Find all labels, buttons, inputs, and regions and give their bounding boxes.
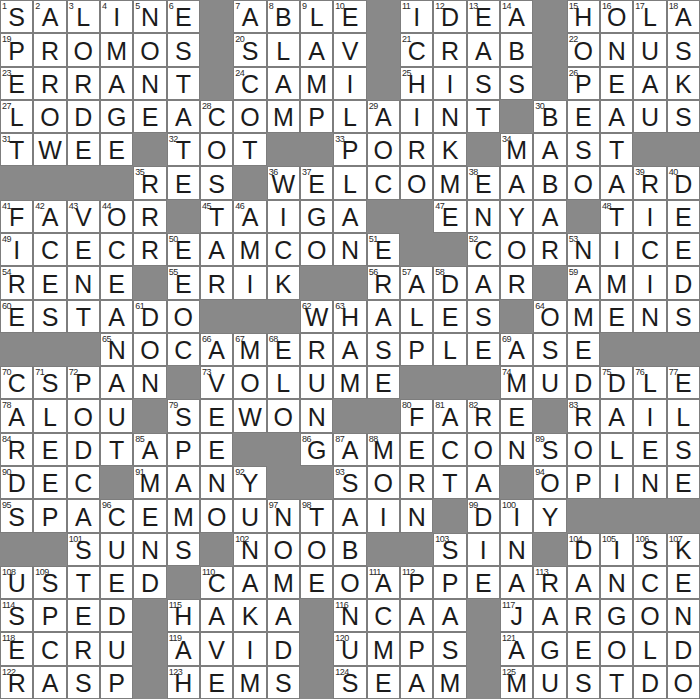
cell-r1c20[interactable]: 17L: [633, 0, 666, 33]
cell-r9c18[interactable]: 59A: [567, 266, 600, 299]
cell-r9c8[interactable]: I: [233, 266, 266, 299]
cell-r19c2[interactable]: P: [33, 599, 66, 632]
cell-r12c17[interactable]: U: [533, 366, 566, 399]
cell-r2c10[interactable]: A: [300, 33, 333, 66]
cell-r13c1[interactable]: 78A: [0, 399, 33, 432]
cell-r16c11[interactable]: A: [333, 499, 366, 532]
cell-r19c11[interactable]: 116N: [333, 599, 366, 632]
cell-r5c13[interactable]: R: [400, 133, 433, 166]
cell-r8c1[interactable]: 49I: [0, 233, 33, 266]
cell-r13c19[interactable]: A: [600, 399, 633, 432]
cell-r10c6[interactable]: O: [167, 300, 200, 333]
cell-r21c9[interactable]: S: [267, 666, 300, 699]
cell-r12c18[interactable]: D: [567, 366, 600, 399]
cell-r1c11[interactable]: 10E: [333, 0, 366, 33]
cell-r11c15[interactable]: E: [467, 333, 500, 366]
cell-r13c4[interactable]: U: [100, 399, 133, 432]
cell-r1c6[interactable]: 6E: [167, 0, 200, 33]
cell-r20c14[interactable]: S: [433, 632, 466, 665]
cell-r4c7[interactable]: 28C: [200, 100, 233, 133]
cell-r13c18[interactable]: 83R: [567, 399, 600, 432]
cell-r16c1[interactable]: 95S: [0, 499, 33, 532]
cell-r6c19[interactable]: A: [600, 166, 633, 199]
cell-r21c1[interactable]: 122R: [0, 666, 33, 699]
cell-r20c21[interactable]: D: [667, 632, 700, 665]
cell-r4c21[interactable]: S: [667, 100, 700, 133]
cell-r3c5[interactable]: N: [133, 67, 166, 100]
cell-r19c8[interactable]: K: [233, 599, 266, 632]
cell-r16c12[interactable]: I: [367, 499, 400, 532]
cell-r5c16[interactable]: 34M: [500, 133, 533, 166]
cell-r2c16[interactable]: B: [500, 33, 533, 66]
cell-r16c4[interactable]: 96C: [100, 499, 133, 532]
cell-r18c21[interactable]: E: [667, 566, 700, 599]
cell-r19c12[interactable]: C: [367, 599, 400, 632]
cell-r13c13[interactable]: 80F: [400, 399, 433, 432]
cell-r17c4[interactable]: U: [100, 533, 133, 566]
cell-r15c20[interactable]: N: [633, 466, 666, 499]
cell-r18c15[interactable]: E: [467, 566, 500, 599]
cell-r16c10[interactable]: 98T: [300, 499, 333, 532]
cell-r8c12[interactable]: 51E: [367, 233, 400, 266]
cell-r15c8[interactable]: 92Y: [233, 466, 266, 499]
cell-r8c21[interactable]: E: [667, 233, 700, 266]
cell-r14c15[interactable]: O: [467, 433, 500, 466]
cell-r3c2[interactable]: R: [33, 67, 66, 100]
cell-r20c8[interactable]: I: [233, 632, 266, 665]
cell-r13c14[interactable]: 81A: [433, 399, 466, 432]
cell-r16c17[interactable]: Y: [533, 499, 566, 532]
cell-r17c21[interactable]: 107K: [667, 533, 700, 566]
cell-r16c6[interactable]: M: [167, 499, 200, 532]
cell-r7c21[interactable]: E: [667, 200, 700, 233]
cell-r17c8[interactable]: 102N: [233, 533, 266, 566]
cell-r10c14[interactable]: E: [433, 300, 466, 333]
cell-r20c2[interactable]: C: [33, 632, 66, 665]
cell-r9c21[interactable]: D: [667, 266, 700, 299]
cell-r10c19[interactable]: E: [600, 300, 633, 333]
cell-r17c10[interactable]: O: [300, 533, 333, 566]
cell-r12c7[interactable]: 73V: [200, 366, 233, 399]
cell-r5c6[interactable]: 32T: [167, 133, 200, 166]
cell-r8c15[interactable]: 52C: [467, 233, 500, 266]
cell-r5c3[interactable]: E: [67, 133, 100, 166]
cell-r13c2[interactable]: L: [33, 399, 66, 432]
cell-r12c3[interactable]: 72P: [67, 366, 100, 399]
cell-r18c19[interactable]: N: [600, 566, 633, 599]
cell-r8c8[interactable]: M: [233, 233, 266, 266]
cell-r18c14[interactable]: P: [433, 566, 466, 599]
cell-r16c9[interactable]: 97N: [267, 499, 300, 532]
cell-r7c5[interactable]: R: [133, 200, 166, 233]
cell-r14c17[interactable]: 89S: [533, 433, 566, 466]
cell-r1c10[interactable]: 9L: [300, 0, 333, 33]
cell-r7c11[interactable]: A: [333, 200, 366, 233]
cell-r19c18[interactable]: R: [567, 599, 600, 632]
cell-r18c11[interactable]: O: [333, 566, 366, 599]
cell-r5c19[interactable]: T: [600, 133, 633, 166]
cell-r14c10[interactable]: 86G: [300, 433, 333, 466]
cell-r19c6[interactable]: 115H: [167, 599, 200, 632]
cell-r15c6[interactable]: A: [167, 466, 200, 499]
cell-r6c9[interactable]: 36W: [267, 166, 300, 199]
cell-r11c18[interactable]: E: [567, 333, 600, 366]
cell-r15c11[interactable]: 93S: [333, 466, 366, 499]
cell-r9c13[interactable]: 57A: [400, 266, 433, 299]
cell-r1c13[interactable]: 11I: [400, 0, 433, 33]
cell-r4c9[interactable]: M: [267, 100, 300, 133]
cell-r20c17[interactable]: G: [533, 632, 566, 665]
cell-r10c3[interactable]: T: [67, 300, 100, 333]
cell-r10c11[interactable]: 63H: [333, 300, 366, 333]
cell-r9c20[interactable]: I: [633, 266, 666, 299]
cell-r10c17[interactable]: 64O: [533, 300, 566, 333]
cell-r21c16[interactable]: 125M: [500, 666, 533, 699]
cell-r14c16[interactable]: N: [500, 433, 533, 466]
cell-r3c1[interactable]: 23E: [0, 67, 33, 100]
cell-r18c18[interactable]: A: [567, 566, 600, 599]
cell-r9c15[interactable]: A: [467, 266, 500, 299]
cell-r20c19[interactable]: O: [600, 632, 633, 665]
cell-r14c11[interactable]: 87A: [333, 433, 366, 466]
cell-r10c10[interactable]: 62W: [300, 300, 333, 333]
cell-r12c5[interactable]: N: [133, 366, 166, 399]
cell-r2c20[interactable]: U: [633, 33, 666, 66]
cell-r6c17[interactable]: B: [533, 166, 566, 199]
cell-r18c9[interactable]: M: [267, 566, 300, 599]
cell-r6c12[interactable]: C: [367, 166, 400, 199]
cell-r2c4[interactable]: M: [100, 33, 133, 66]
cell-r4c6[interactable]: A: [167, 100, 200, 133]
cell-r10c1[interactable]: 60E: [0, 300, 33, 333]
cell-r10c15[interactable]: S: [467, 300, 500, 333]
cell-r2c13[interactable]: 21C: [400, 33, 433, 66]
cell-r21c14[interactable]: M: [433, 666, 466, 699]
cell-r7c3[interactable]: 43V: [67, 200, 100, 233]
cell-r7c19[interactable]: 48T: [600, 200, 633, 233]
cell-r4c4[interactable]: G: [100, 100, 133, 133]
cell-r2c15[interactable]: A: [467, 33, 500, 66]
cell-r9c2[interactable]: E: [33, 266, 66, 299]
cell-r3c6[interactable]: T: [167, 67, 200, 100]
cell-r1c8[interactable]: 7A: [233, 0, 266, 33]
cell-r17c9[interactable]: O: [267, 533, 300, 566]
cell-r13c3[interactable]: O: [67, 399, 100, 432]
cell-r14c1[interactable]: 84R: [0, 433, 33, 466]
cell-r8c3[interactable]: E: [67, 233, 100, 266]
cell-r18c5[interactable]: D: [133, 566, 166, 599]
cell-r19c4[interactable]: D: [100, 599, 133, 632]
cell-r11c17[interactable]: S: [533, 333, 566, 366]
cell-r17c6[interactable]: S: [167, 533, 200, 566]
cell-r7c17[interactable]: A: [533, 200, 566, 233]
cell-r10c5[interactable]: 61D: [133, 300, 166, 333]
cell-r4c3[interactable]: D: [67, 100, 100, 133]
cell-r2c6[interactable]: S: [167, 33, 200, 66]
cell-r21c11[interactable]: 124S: [333, 666, 366, 699]
cell-r15c15[interactable]: A: [467, 466, 500, 499]
cell-r2c19[interactable]: N: [600, 33, 633, 66]
cell-r19c1[interactable]: 114S: [0, 599, 33, 632]
cell-r1c18[interactable]: 15H: [567, 0, 600, 33]
cell-r11c9[interactable]: 68E: [267, 333, 300, 366]
cell-r14c4[interactable]: T: [100, 433, 133, 466]
cell-r3c21[interactable]: K: [667, 67, 700, 100]
cell-r15c13[interactable]: R: [400, 466, 433, 499]
cell-r9c1[interactable]: 54R: [0, 266, 33, 299]
cell-r6c5[interactable]: 35R: [133, 166, 166, 199]
cell-r14c21[interactable]: S: [667, 433, 700, 466]
cell-r18c3[interactable]: T: [67, 566, 100, 599]
cell-r9c9[interactable]: K: [267, 266, 300, 299]
cell-r18c12[interactable]: 111A: [367, 566, 400, 599]
cell-r1c2[interactable]: 2A: [33, 0, 66, 33]
cell-r12c2[interactable]: 71S: [33, 366, 66, 399]
cell-r14c18[interactable]: O: [567, 433, 600, 466]
cell-r18c16[interactable]: A: [500, 566, 533, 599]
cell-r2c11[interactable]: V: [333, 33, 366, 66]
cell-r8c4[interactable]: C: [100, 233, 133, 266]
cell-r6c14[interactable]: M: [433, 166, 466, 199]
cell-r18c1[interactable]: 108U: [0, 566, 33, 599]
cell-r2c3[interactable]: O: [67, 33, 100, 66]
cell-r13c7[interactable]: E: [200, 399, 233, 432]
cell-r21c12[interactable]: E: [367, 666, 400, 699]
cell-r10c20[interactable]: N: [633, 300, 666, 333]
cell-r18c10[interactable]: E: [300, 566, 333, 599]
cell-r8c16[interactable]: O: [500, 233, 533, 266]
cell-r11c6[interactable]: C: [167, 333, 200, 366]
cell-r17c3[interactable]: 101S: [67, 533, 100, 566]
cell-r15c12[interactable]: O: [367, 466, 400, 499]
cell-r15c1[interactable]: 90D: [0, 466, 33, 499]
cell-r5c2[interactable]: W: [33, 133, 66, 166]
cell-r11c4[interactable]: 65N: [100, 333, 133, 366]
cell-r8c18[interactable]: 53N: [567, 233, 600, 266]
cell-r8c11[interactable]: N: [333, 233, 366, 266]
cell-r12c1[interactable]: 70C: [0, 366, 33, 399]
cell-r21c20[interactable]: D: [633, 666, 666, 699]
cell-r17c18[interactable]: 104D: [567, 533, 600, 566]
cell-r14c14[interactable]: C: [433, 433, 466, 466]
cell-r21c13[interactable]: A: [400, 666, 433, 699]
cell-r9c3[interactable]: N: [67, 266, 100, 299]
cell-r12c10[interactable]: U: [300, 366, 333, 399]
cell-r3c9[interactable]: A: [267, 67, 300, 100]
cell-r18c13[interactable]: 112P: [400, 566, 433, 599]
cell-r2c14[interactable]: R: [433, 33, 466, 66]
cell-r7c9[interactable]: I: [267, 200, 300, 233]
cell-r13c6[interactable]: 79S: [167, 399, 200, 432]
cell-r21c8[interactable]: M: [233, 666, 266, 699]
cell-r19c3[interactable]: E: [67, 599, 100, 632]
cell-r9c6[interactable]: 55E: [167, 266, 200, 299]
cell-r8c7[interactable]: A: [200, 233, 233, 266]
cell-r3c14[interactable]: I: [433, 67, 466, 100]
cell-r18c20[interactable]: C: [633, 566, 666, 599]
cell-r11c12[interactable]: S: [367, 333, 400, 366]
cell-r20c1[interactable]: 118E: [0, 632, 33, 665]
cell-r4c18[interactable]: E: [567, 100, 600, 133]
cell-r12c11[interactable]: M: [333, 366, 366, 399]
cell-r17c11[interactable]: B: [333, 533, 366, 566]
cell-r1c1[interactable]: 1S: [0, 0, 33, 33]
cell-r10c12[interactable]: A: [367, 300, 400, 333]
cell-r13c20[interactable]: I: [633, 399, 666, 432]
cell-r1c3[interactable]: 3L: [67, 0, 100, 33]
cell-r12c9[interactable]: L: [267, 366, 300, 399]
cell-r15c3[interactable]: C: [67, 466, 100, 499]
cell-r17c20[interactable]: 106S: [633, 533, 666, 566]
cell-r6c18[interactable]: O: [567, 166, 600, 199]
cell-r20c11[interactable]: 120U: [333, 632, 366, 665]
cell-r7c1[interactable]: 41F: [0, 200, 33, 233]
cell-r16c2[interactable]: P: [33, 499, 66, 532]
cell-r4c20[interactable]: U: [633, 100, 666, 133]
cell-r21c18[interactable]: S: [567, 666, 600, 699]
cell-r3c8[interactable]: 24C: [233, 67, 266, 100]
cell-r5c14[interactable]: K: [433, 133, 466, 166]
cell-r9c12[interactable]: 56R: [367, 266, 400, 299]
cell-r5c12[interactable]: O: [367, 133, 400, 166]
cell-r12c19[interactable]: 75D: [600, 366, 633, 399]
cell-r3c3[interactable]: R: [67, 67, 100, 100]
cell-r20c12[interactable]: M: [367, 632, 400, 665]
cell-r4c17[interactable]: 30B: [533, 100, 566, 133]
cell-r9c14[interactable]: 58D: [433, 266, 466, 299]
cell-r11c14[interactable]: L: [433, 333, 466, 366]
cell-r13c10[interactable]: N: [300, 399, 333, 432]
cell-r21c6[interactable]: 123H: [167, 666, 200, 699]
cell-r1c16[interactable]: 14A: [500, 0, 533, 33]
cell-r21c3[interactable]: S: [67, 666, 100, 699]
cell-r16c3[interactable]: A: [67, 499, 100, 532]
cell-r14c12[interactable]: 88M: [367, 433, 400, 466]
cell-r7c14[interactable]: 47E: [433, 200, 466, 233]
cell-r2c2[interactable]: R: [33, 33, 66, 66]
cell-r15c5[interactable]: 91M: [133, 466, 166, 499]
cell-r2c21[interactable]: S: [667, 33, 700, 66]
cell-r6c20[interactable]: 39R: [633, 166, 666, 199]
cell-r19c14[interactable]: A: [433, 599, 466, 632]
cell-r20c16[interactable]: 121A: [500, 632, 533, 665]
cell-r20c3[interactable]: R: [67, 632, 100, 665]
cell-r7c8[interactable]: 46A: [233, 200, 266, 233]
cell-r16c13[interactable]: N: [400, 499, 433, 532]
cell-r9c7[interactable]: R: [200, 266, 233, 299]
cell-r7c2[interactable]: 42A: [33, 200, 66, 233]
cell-r15c2[interactable]: E: [33, 466, 66, 499]
cell-r21c19[interactable]: T: [600, 666, 633, 699]
cell-r16c7[interactable]: O: [200, 499, 233, 532]
cell-r11c5[interactable]: O: [133, 333, 166, 366]
cell-r11c13[interactable]: P: [400, 333, 433, 366]
cell-r14c7[interactable]: E: [200, 433, 233, 466]
cell-r3c10[interactable]: M: [300, 67, 333, 100]
cell-r7c10[interactable]: G: [300, 200, 333, 233]
cell-r1c19[interactable]: 16O: [600, 0, 633, 33]
cell-r4c19[interactable]: A: [600, 100, 633, 133]
cell-r19c7[interactable]: A: [200, 599, 233, 632]
cell-r7c7[interactable]: 45T: [200, 200, 233, 233]
cell-r18c7[interactable]: 110C: [200, 566, 233, 599]
cell-r2c9[interactable]: L: [267, 33, 300, 66]
cell-r18c17[interactable]: 113R: [533, 566, 566, 599]
cell-r11c10[interactable]: R: [300, 333, 333, 366]
cell-r14c6[interactable]: P: [167, 433, 200, 466]
cell-r10c13[interactable]: L: [400, 300, 433, 333]
cell-r8c10[interactable]: O: [300, 233, 333, 266]
cell-r14c20[interactable]: E: [633, 433, 666, 466]
cell-r6c16[interactable]: A: [500, 166, 533, 199]
cell-r3c13[interactable]: 25H: [400, 67, 433, 100]
cell-r15c21[interactable]: E: [667, 466, 700, 499]
cell-r3c15[interactable]: S: [467, 67, 500, 100]
cell-r14c19[interactable]: L: [600, 433, 633, 466]
cell-r17c15[interactable]: I: [467, 533, 500, 566]
cell-r13c21[interactable]: L: [667, 399, 700, 432]
cell-r4c11[interactable]: L: [333, 100, 366, 133]
cell-r8c6[interactable]: 50E: [167, 233, 200, 266]
cell-r10c4[interactable]: A: [100, 300, 133, 333]
cell-r18c4[interactable]: E: [100, 566, 133, 599]
cell-r5c8[interactable]: T: [233, 133, 266, 166]
cell-r8c19[interactable]: I: [600, 233, 633, 266]
cell-r19c13[interactable]: A: [400, 599, 433, 632]
cell-r2c1[interactable]: 19P: [0, 33, 33, 66]
cell-r3c16[interactable]: S: [500, 67, 533, 100]
cell-r4c2[interactable]: O: [33, 100, 66, 133]
cell-r9c4[interactable]: E: [100, 266, 133, 299]
cell-r21c4[interactable]: P: [100, 666, 133, 699]
cell-r1c9[interactable]: 8B: [267, 0, 300, 33]
cell-r20c18[interactable]: E: [567, 632, 600, 665]
cell-r6c21[interactable]: 40D: [667, 166, 700, 199]
cell-r13c16[interactable]: E: [500, 399, 533, 432]
cell-r1c5[interactable]: 5N: [133, 0, 166, 33]
cell-r3c18[interactable]: 26P: [567, 67, 600, 100]
cell-r8c2[interactable]: C: [33, 233, 66, 266]
cell-r6c10[interactable]: 37E: [300, 166, 333, 199]
cell-r7c20[interactable]: I: [633, 200, 666, 233]
cell-r11c8[interactable]: 67M: [233, 333, 266, 366]
cell-r19c9[interactable]: A: [267, 599, 300, 632]
cell-r13c9[interactable]: O: [267, 399, 300, 432]
cell-r13c8[interactable]: W: [233, 399, 266, 432]
cell-r15c7[interactable]: N: [200, 466, 233, 499]
cell-r4c14[interactable]: N: [433, 100, 466, 133]
cell-r20c7[interactable]: V: [200, 632, 233, 665]
cell-r21c2[interactable]: A: [33, 666, 66, 699]
cell-r21c21[interactable]: O: [667, 666, 700, 699]
cell-r15c19[interactable]: I: [600, 466, 633, 499]
cell-r14c2[interactable]: E: [33, 433, 66, 466]
cell-r2c18[interactable]: 22O: [567, 33, 600, 66]
cell-r14c5[interactable]: 85A: [133, 433, 166, 466]
cell-r1c21[interactable]: 18A: [667, 0, 700, 33]
cell-r12c16[interactable]: 74M: [500, 366, 533, 399]
cell-r10c2[interactable]: S: [33, 300, 66, 333]
cell-r19c16[interactable]: 117J: [500, 599, 533, 632]
cell-r21c7[interactable]: E: [200, 666, 233, 699]
cell-r5c4[interactable]: E: [100, 133, 133, 166]
cell-r17c19[interactable]: 105I: [600, 533, 633, 566]
cell-r17c16[interactable]: N: [500, 533, 533, 566]
cell-r5c18[interactable]: S: [567, 133, 600, 166]
cell-r4c15[interactable]: T: [467, 100, 500, 133]
cell-r20c4[interactable]: U: [100, 632, 133, 665]
cell-r12c12[interactable]: E: [367, 366, 400, 399]
